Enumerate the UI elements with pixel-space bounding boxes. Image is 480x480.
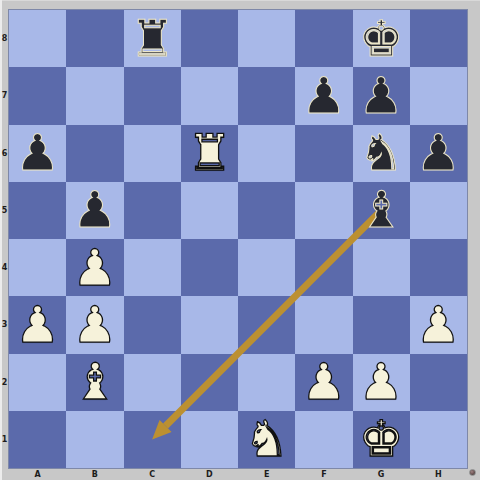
piece-black-bishop[interactable]: ♝ xyxy=(359,185,404,235)
square-e7[interactable] xyxy=(238,67,295,124)
square-c6[interactable] xyxy=(124,125,181,182)
piece-black-pawn[interactable]: ♟ xyxy=(301,71,346,121)
file-label-B: B xyxy=(66,468,123,480)
piece-black-pawn[interactable]: ♟ xyxy=(359,71,404,121)
square-d6[interactable]: ♜ xyxy=(181,125,238,182)
rank-label-6: 6 xyxy=(0,125,9,182)
rank-labels: 87654321 xyxy=(0,10,9,468)
piece-white-pawn[interactable]: ♟ xyxy=(359,357,404,407)
piece-black-rook[interactable]: ♜ xyxy=(130,14,175,64)
square-h8[interactable] xyxy=(410,10,467,67)
piece-black-pawn[interactable]: ♟ xyxy=(72,185,117,235)
square-b2[interactable]: ♝ xyxy=(66,354,123,411)
rank-label-2: 2 xyxy=(0,354,9,411)
square-h1[interactable] xyxy=(410,411,467,468)
piece-white-pawn[interactable]: ♟ xyxy=(301,357,346,407)
piece-white-pawn[interactable]: ♟ xyxy=(416,300,461,350)
square-f7[interactable]: ♟ xyxy=(295,67,352,124)
square-b4[interactable]: ♟ xyxy=(66,239,123,296)
square-a7[interactable] xyxy=(9,67,66,124)
square-e4[interactable] xyxy=(238,239,295,296)
square-a6[interactable]: ♟ xyxy=(9,125,66,182)
square-b8[interactable] xyxy=(66,10,123,67)
square-a8[interactable] xyxy=(9,10,66,67)
square-g8[interactable]: ♚ xyxy=(353,10,410,67)
chessboard-frame: 87654321 ♜♚♟♟♟♜♞♟♟♝♟♟♟♟♝♟♟♞♚ ABCDEFGH xyxy=(0,0,480,480)
square-f8[interactable] xyxy=(295,10,352,67)
square-h6[interactable]: ♟ xyxy=(410,125,467,182)
square-f3[interactable] xyxy=(295,296,352,353)
square-c3[interactable] xyxy=(124,296,181,353)
piece-white-pawn[interactable]: ♟ xyxy=(15,300,60,350)
square-a1[interactable] xyxy=(9,411,66,468)
square-h2[interactable] xyxy=(410,354,467,411)
piece-white-bishop[interactable]: ♝ xyxy=(72,357,117,407)
square-a3[interactable]: ♟ xyxy=(9,296,66,353)
square-a5[interactable] xyxy=(9,182,66,239)
square-h7[interactable] xyxy=(410,67,467,124)
square-c2[interactable] xyxy=(124,354,181,411)
rank-label-8: 8 xyxy=(0,10,9,67)
piece-black-pawn[interactable]: ♟ xyxy=(15,128,60,178)
rank-label-5: 5 xyxy=(0,182,9,239)
rank-label-1: 1 xyxy=(0,411,9,468)
square-h3[interactable]: ♟ xyxy=(410,296,467,353)
square-d1[interactable] xyxy=(181,411,238,468)
file-label-D: D xyxy=(181,468,238,480)
file-label-C: C xyxy=(124,468,181,480)
square-g2[interactable]: ♟ xyxy=(353,354,410,411)
square-b5[interactable]: ♟ xyxy=(66,182,123,239)
square-d7[interactable] xyxy=(181,67,238,124)
square-g1[interactable]: ♚ xyxy=(353,411,410,468)
rank-label-3: 3 xyxy=(0,296,9,353)
square-h4[interactable] xyxy=(410,239,467,296)
square-e6[interactable] xyxy=(238,125,295,182)
file-label-F: F xyxy=(295,468,352,480)
piece-white-rook[interactable]: ♜ xyxy=(187,128,232,178)
square-f1[interactable] xyxy=(295,411,352,468)
square-d3[interactable] xyxy=(181,296,238,353)
square-e2[interactable] xyxy=(238,354,295,411)
piece-white-pawn[interactable]: ♟ xyxy=(72,243,117,293)
square-c1[interactable] xyxy=(124,411,181,468)
file-labels: ABCDEFGH xyxy=(9,468,467,480)
piece-black-pawn[interactable]: ♟ xyxy=(416,128,461,178)
square-e3[interactable] xyxy=(238,296,295,353)
square-d5[interactable] xyxy=(181,182,238,239)
square-f4[interactable] xyxy=(295,239,352,296)
rank-label-4: 4 xyxy=(0,239,9,296)
square-d2[interactable] xyxy=(181,354,238,411)
piece-black-king[interactable]: ♚ xyxy=(359,14,404,64)
square-f5[interactable] xyxy=(295,182,352,239)
square-b6[interactable] xyxy=(66,125,123,182)
square-b7[interactable] xyxy=(66,67,123,124)
piece-black-knight[interactable]: ♞ xyxy=(359,128,404,178)
square-g3[interactable] xyxy=(353,296,410,353)
file-label-A: A xyxy=(9,468,66,480)
piece-white-knight[interactable]: ♞ xyxy=(244,414,289,464)
square-c4[interactable] xyxy=(124,239,181,296)
square-f2[interactable]: ♟ xyxy=(295,354,352,411)
square-e5[interactable] xyxy=(238,182,295,239)
square-c7[interactable] xyxy=(124,67,181,124)
square-g5[interactable]: ♝ xyxy=(353,182,410,239)
square-d8[interactable] xyxy=(181,10,238,67)
square-c5[interactable] xyxy=(124,182,181,239)
chess-board[interactable]: ♜♚♟♟♟♜♞♟♟♝♟♟♟♟♝♟♟♞♚ xyxy=(9,10,467,468)
file-label-E: E xyxy=(238,468,295,480)
square-a2[interactable] xyxy=(9,354,66,411)
square-a4[interactable] xyxy=(9,239,66,296)
file-label-G: G xyxy=(353,468,410,480)
square-g7[interactable]: ♟ xyxy=(353,67,410,124)
square-b3[interactable]: ♟ xyxy=(66,296,123,353)
square-e8[interactable] xyxy=(238,10,295,67)
corner-knob-icon xyxy=(469,469,476,476)
square-c8[interactable]: ♜ xyxy=(124,10,181,67)
square-e1[interactable]: ♞ xyxy=(238,411,295,468)
square-d4[interactable] xyxy=(181,239,238,296)
rank-label-7: 7 xyxy=(0,67,9,124)
piece-white-king[interactable]: ♚ xyxy=(359,414,404,464)
piece-white-pawn[interactable]: ♟ xyxy=(72,300,117,350)
square-h5[interactable] xyxy=(410,182,467,239)
square-f6[interactable] xyxy=(295,125,352,182)
square-g6[interactable]: ♞ xyxy=(353,125,410,182)
square-g4[interactable] xyxy=(353,239,410,296)
file-label-H: H xyxy=(410,468,467,480)
square-b1[interactable] xyxy=(66,411,123,468)
